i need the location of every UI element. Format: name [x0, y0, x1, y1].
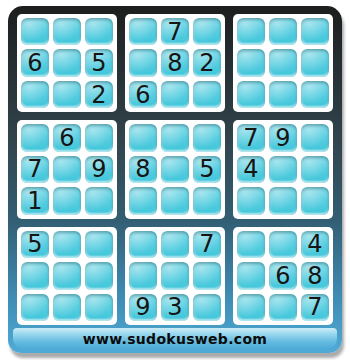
- cell-r2c1[interactable]: 6: [21, 49, 49, 76]
- cell-r7c4[interactable]: [129, 231, 157, 258]
- cell-r7c1[interactable]: 5: [21, 231, 49, 258]
- cell-r9c7[interactable]: [237, 294, 265, 321]
- cell-r7c7[interactable]: [237, 231, 265, 258]
- cell-r1c1[interactable]: [21, 18, 49, 45]
- cell-r2c2[interactable]: [53, 49, 81, 76]
- block-3-3: 4687: [233, 227, 333, 325]
- cell-r4c4[interactable]: [129, 124, 157, 151]
- cell-r6c1[interactable]: 1: [21, 187, 49, 214]
- cell-r4c8[interactable]: 9: [269, 124, 297, 151]
- cell-r7c8[interactable]: [269, 231, 297, 258]
- cell-r9c3[interactable]: [85, 294, 113, 321]
- cell-r6c8[interactable]: [269, 187, 297, 214]
- block-3-2: 793: [125, 227, 225, 325]
- cell-r3c1[interactable]: [21, 81, 49, 108]
- cell-r3c7[interactable]: [237, 81, 265, 108]
- cell-r1c9[interactable]: [301, 18, 329, 45]
- cell-r9c2[interactable]: [53, 294, 81, 321]
- cell-r5c3[interactable]: 9: [85, 156, 113, 183]
- cell-r8c7[interactable]: [237, 262, 265, 289]
- cell-r7c2[interactable]: [53, 231, 81, 258]
- cell-r6c3[interactable]: [85, 187, 113, 214]
- cell-r2c6[interactable]: 2: [193, 49, 221, 76]
- cell-r5c6[interactable]: 5: [193, 156, 221, 183]
- cell-r5c8[interactable]: [269, 156, 297, 183]
- cell-r3c2[interactable]: [53, 81, 81, 108]
- cell-r2c8[interactable]: [269, 49, 297, 76]
- cell-r9c4[interactable]: 9: [129, 294, 157, 321]
- cell-r8c6[interactable]: [193, 262, 221, 289]
- cell-r8c3[interactable]: [85, 262, 113, 289]
- cell-r8c4[interactable]: [129, 262, 157, 289]
- cell-r5c5[interactable]: [161, 156, 189, 183]
- cell-r7c9[interactable]: 4: [301, 231, 329, 258]
- footer-band: www.sudokusweb.com: [13, 328, 337, 349]
- cell-r5c4[interactable]: 8: [129, 156, 157, 183]
- cell-r1c3[interactable]: [85, 18, 113, 45]
- cell-r2c5[interactable]: 8: [161, 49, 189, 76]
- cell-r6c2[interactable]: [53, 187, 81, 214]
- cell-r6c9[interactable]: [301, 187, 329, 214]
- cell-r5c9[interactable]: [301, 156, 329, 183]
- cell-r3c8[interactable]: [269, 81, 297, 108]
- cell-r4c1[interactable]: [21, 124, 49, 151]
- cell-r4c9[interactable]: [301, 124, 329, 151]
- cell-r4c7[interactable]: 7: [237, 124, 265, 151]
- cell-r7c5[interactable]: [161, 231, 189, 258]
- cell-r3c9[interactable]: [301, 81, 329, 108]
- site-url-label: www.sudokusweb.com: [83, 331, 267, 347]
- cell-r7c6[interactable]: 7: [193, 231, 221, 258]
- sudoku-board-frame: 652782667918579457934687 www.sudokusweb.…: [8, 6, 342, 353]
- cell-r8c5[interactable]: [161, 262, 189, 289]
- cell-r6c5[interactable]: [161, 187, 189, 214]
- cell-r4c6[interactable]: [193, 124, 221, 151]
- cell-r2c4[interactable]: [129, 49, 157, 76]
- cell-r9c5[interactable]: 3: [161, 294, 189, 321]
- block-3-1: 5: [17, 227, 117, 325]
- block-2-3: 794: [233, 120, 333, 218]
- cell-r9c1[interactable]: [21, 294, 49, 321]
- cell-r2c7[interactable]: [237, 49, 265, 76]
- cell-r3c5[interactable]: [161, 81, 189, 108]
- cell-r7c3[interactable]: [85, 231, 113, 258]
- cell-r9c8[interactable]: [269, 294, 297, 321]
- cell-r1c8[interactable]: [269, 18, 297, 45]
- cell-r6c6[interactable]: [193, 187, 221, 214]
- cell-r6c4[interactable]: [129, 187, 157, 214]
- cell-r2c9[interactable]: [301, 49, 329, 76]
- sudoku-board: 652782667918579457934687: [17, 14, 333, 325]
- cell-r1c6[interactable]: [193, 18, 221, 45]
- cell-r5c1[interactable]: 7: [21, 156, 49, 183]
- cell-r1c4[interactable]: [129, 18, 157, 45]
- cell-r8c8[interactable]: 6: [269, 262, 297, 289]
- cell-r5c7[interactable]: 4: [237, 156, 265, 183]
- block-2-2: 85: [125, 120, 225, 218]
- cell-r1c7[interactable]: [237, 18, 265, 45]
- cell-r8c9[interactable]: 8: [301, 262, 329, 289]
- cell-r8c1[interactable]: [21, 262, 49, 289]
- cell-r4c3[interactable]: [85, 124, 113, 151]
- page: 652782667918579457934687 www.sudokusweb.…: [0, 0, 350, 360]
- cell-r3c4[interactable]: 6: [129, 81, 157, 108]
- cell-r1c2[interactable]: [53, 18, 81, 45]
- cell-r6c7[interactable]: [237, 187, 265, 214]
- cell-r4c2[interactable]: 6: [53, 124, 81, 151]
- block-1-3: [233, 14, 333, 112]
- cell-r4c5[interactable]: [161, 124, 189, 151]
- block-1-2: 7826: [125, 14, 225, 112]
- cell-r8c2[interactable]: [53, 262, 81, 289]
- cell-r3c3[interactable]: 2: [85, 81, 113, 108]
- cell-r5c2[interactable]: [53, 156, 81, 183]
- block-1-1: 652: [17, 14, 117, 112]
- cell-r1c5[interactable]: 7: [161, 18, 189, 45]
- cell-r2c3[interactable]: 5: [85, 49, 113, 76]
- cell-r9c6[interactable]: [193, 294, 221, 321]
- cell-r3c6[interactable]: [193, 81, 221, 108]
- block-2-1: 6791: [17, 120, 117, 218]
- cell-r9c9[interactable]: 7: [301, 294, 329, 321]
